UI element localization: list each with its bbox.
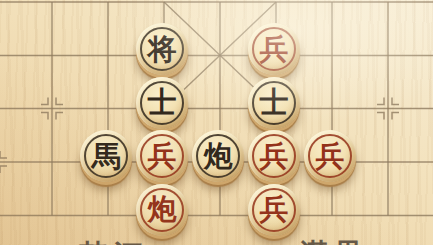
piece-glyph: 炮 <box>192 130 244 182</box>
piece-glyph: 兵 <box>304 130 356 182</box>
piece-glyph: 士 <box>136 77 188 129</box>
piece-red-soldier-5[interactable]: 兵 <box>248 184 300 236</box>
board-grid-lines <box>0 0 433 245</box>
piece-red-soldier-3[interactable]: 兵 <box>248 130 300 182</box>
piece-black-horse[interactable]: 馬 <box>80 130 132 182</box>
piece-red-soldier-2[interactable]: 兵 <box>136 130 188 182</box>
piece-glyph: 炮 <box>136 184 188 236</box>
river-label-right: 漢界 <box>299 235 369 245</box>
piece-glyph: 兵 <box>248 130 300 182</box>
piece-glyph: 将 <box>136 23 188 75</box>
piece-red-cannon[interactable]: 炮 <box>136 184 188 236</box>
piece-glyph: 兵 <box>248 184 300 236</box>
piece-glyph: 馬 <box>80 130 132 182</box>
piece-glyph: 士 <box>248 77 300 129</box>
piece-glyph: 兵 <box>136 130 188 182</box>
river-label-left: 楚河 <box>78 236 148 245</box>
piece-red-soldier-1[interactable]: 兵 <box>248 23 300 75</box>
piece-red-soldier-4[interactable]: 兵 <box>304 130 356 182</box>
xiangqi-board[interactable]: 楚河 漢界 将兵士士馬兵炮兵兵炮兵 <box>0 0 433 245</box>
piece-black-general[interactable]: 将 <box>136 23 188 75</box>
piece-black-cannon[interactable]: 炮 <box>192 130 244 182</box>
piece-black-advisor-1[interactable]: 士 <box>136 77 188 129</box>
piece-glyph: 兵 <box>248 23 300 75</box>
piece-black-advisor-2[interactable]: 士 <box>248 77 300 129</box>
